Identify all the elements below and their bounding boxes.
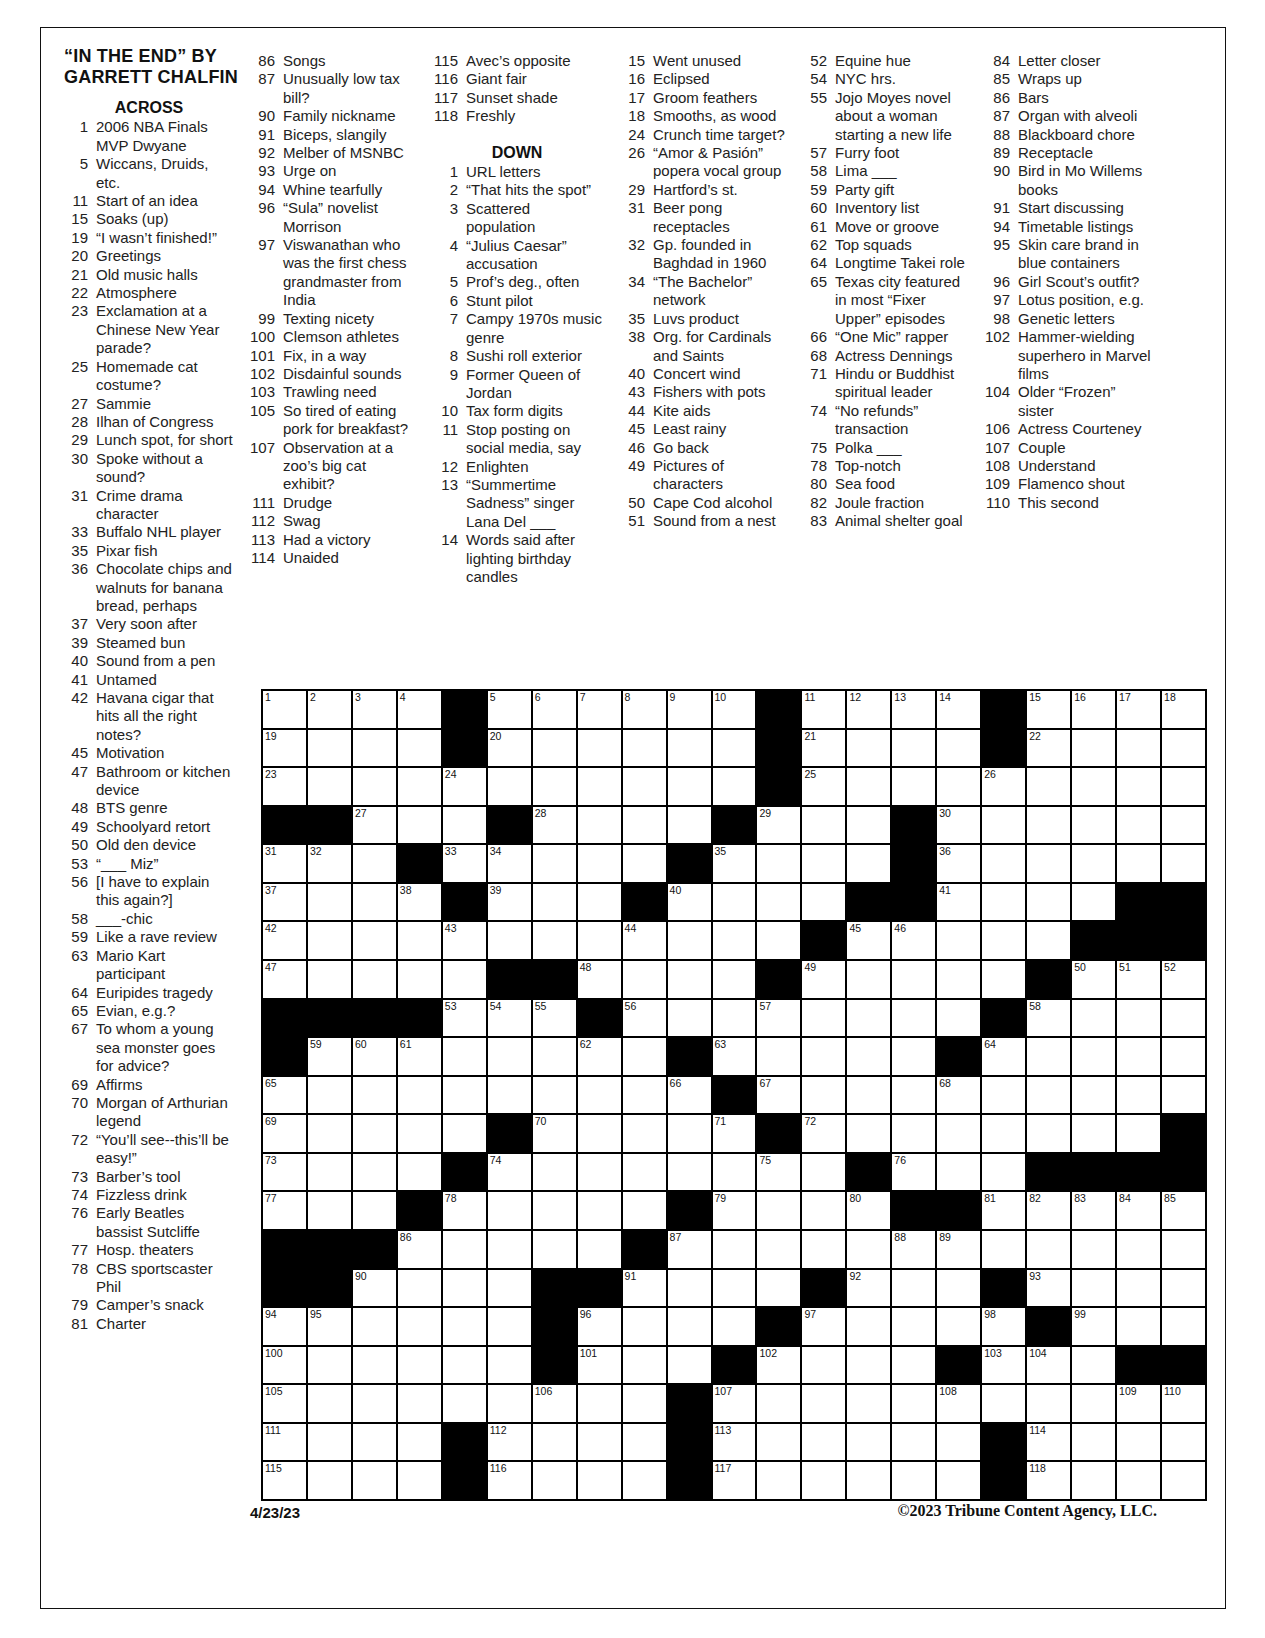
grid-cell[interactable]: 1 [263, 691, 306, 728]
grid-cell[interactable] [937, 961, 980, 998]
grid-cell[interactable] [1117, 1038, 1160, 1075]
grid-cell[interactable] [308, 922, 351, 959]
grid-cell[interactable] [308, 1347, 351, 1384]
grid-cell[interactable]: 98 [982, 1308, 1025, 1345]
grid-cell[interactable]: 100 [263, 1347, 306, 1384]
grid-cell[interactable]: 34 [488, 845, 531, 882]
grid-cell[interactable]: 105 [263, 1385, 306, 1422]
grid-cell[interactable] [847, 1424, 890, 1461]
grid-cell[interactable]: 17 [1117, 691, 1160, 728]
grid-cell[interactable] [623, 807, 666, 844]
grid-cell[interactable] [353, 768, 396, 805]
grid-cell[interactable] [308, 1154, 351, 1191]
grid-cell[interactable] [847, 845, 890, 882]
grid-cell[interactable] [533, 1462, 576, 1499]
grid-cell[interactable] [398, 1270, 441, 1307]
grid-cell[interactable]: 90 [353, 1270, 396, 1307]
grid-cell[interactable]: 116 [488, 1462, 531, 1499]
grid-cell[interactable]: 22 [1027, 730, 1070, 767]
grid-cell[interactable] [982, 1077, 1025, 1114]
grid-cell[interactable] [353, 1308, 396, 1345]
grid-cell[interactable]: 59 [308, 1038, 351, 1075]
grid-cell[interactable] [757, 884, 800, 921]
grid-cell[interactable] [892, 768, 935, 805]
grid-cell[interactable] [443, 1347, 486, 1384]
grid-cell[interactable] [533, 884, 576, 921]
grid-cell[interactable] [533, 768, 576, 805]
grid-cell[interactable] [488, 1192, 531, 1229]
grid-cell[interactable]: 49 [802, 961, 845, 998]
grid-cell[interactable] [1027, 922, 1070, 959]
grid-cell[interactable]: 68 [937, 1077, 980, 1114]
grid-cell[interactable] [623, 1077, 666, 1114]
grid-cell[interactable] [1162, 768, 1205, 805]
grid-cell[interactable]: 24 [443, 768, 486, 805]
grid-cell[interactable] [1117, 1077, 1160, 1114]
grid-cell[interactable]: 53 [443, 1000, 486, 1037]
grid-cell[interactable]: 67 [757, 1077, 800, 1114]
grid-cell[interactable]: 76 [892, 1154, 935, 1191]
grid-cell[interactable] [982, 922, 1025, 959]
grid-cell[interactable] [1072, 1270, 1115, 1307]
grid-cell[interactable]: 99 [1072, 1308, 1115, 1345]
grid-cell[interactable] [578, 922, 621, 959]
grid-cell[interactable]: 109 [1117, 1385, 1160, 1422]
grid-cell[interactable]: 43 [443, 922, 486, 959]
grid-cell[interactable] [847, 1000, 890, 1037]
grid-cell[interactable]: 5 [488, 691, 531, 728]
grid-cell[interactable] [623, 1385, 666, 1422]
grid-cell[interactable]: 102 [757, 1347, 800, 1384]
grid-cell[interactable] [937, 1424, 980, 1461]
grid-cell[interactable] [937, 1308, 980, 1345]
grid-cell[interactable] [488, 1270, 531, 1307]
grid-cell[interactable] [578, 1192, 621, 1229]
grid-cell[interactable] [533, 1077, 576, 1114]
grid-cell[interactable]: 78 [443, 1192, 486, 1229]
grid-cell[interactable] [353, 884, 396, 921]
grid-cell[interactable]: 66 [668, 1077, 711, 1114]
grid-cell[interactable] [623, 1154, 666, 1191]
grid-cell[interactable] [1117, 768, 1160, 805]
grid-cell[interactable]: 29 [757, 807, 800, 844]
grid-cell[interactable] [1117, 1424, 1160, 1461]
grid-cell[interactable] [578, 1231, 621, 1268]
grid-cell[interactable] [1162, 1000, 1205, 1037]
grid-cell[interactable] [1072, 1115, 1115, 1152]
grid-cell[interactable]: 115 [263, 1462, 306, 1499]
grid-cell[interactable] [1072, 884, 1115, 921]
grid-cell[interactable] [668, 961, 711, 998]
grid-cell[interactable] [1162, 1231, 1205, 1268]
grid-cell[interactable] [757, 1231, 800, 1268]
grid-cell[interactable]: 114 [1027, 1424, 1070, 1461]
grid-cell[interactable]: 96 [578, 1308, 621, 1345]
grid-cell[interactable]: 8 [623, 691, 666, 728]
grid-cell[interactable] [757, 1270, 800, 1307]
grid-cell[interactable]: 63 [713, 1038, 756, 1075]
grid-cell[interactable] [578, 1424, 621, 1461]
grid-cell[interactable] [308, 1385, 351, 1422]
grid-cell[interactable] [578, 1385, 621, 1422]
grid-cell[interactable] [1072, 1077, 1115, 1114]
grid-cell[interactable] [398, 768, 441, 805]
grid-cell[interactable]: 97 [802, 1308, 845, 1345]
grid-cell[interactable] [713, 922, 756, 959]
grid-cell[interactable] [443, 1038, 486, 1075]
grid-cell[interactable] [353, 1347, 396, 1384]
grid-cell[interactable] [1027, 1038, 1070, 1075]
grid-cell[interactable] [1072, 730, 1115, 767]
grid-cell[interactable]: 16 [1072, 691, 1115, 728]
grid-cell[interactable] [308, 1115, 351, 1152]
grid-cell[interactable] [1072, 1462, 1115, 1499]
grid-cell[interactable] [982, 845, 1025, 882]
grid-cell[interactable] [578, 1154, 621, 1191]
grid-cell[interactable] [623, 730, 666, 767]
grid-cell[interactable] [443, 1308, 486, 1345]
grid-cell[interactable] [802, 1154, 845, 1191]
grid-cell[interactable] [713, 1000, 756, 1037]
grid-cell[interactable] [623, 768, 666, 805]
grid-cell[interactable]: 58 [1027, 1000, 1070, 1037]
grid-cell[interactable]: 19 [263, 730, 306, 767]
grid-cell[interactable] [353, 1385, 396, 1422]
grid-cell[interactable] [713, 730, 756, 767]
grid-cell[interactable] [623, 1308, 666, 1345]
grid-cell[interactable] [713, 961, 756, 998]
grid-cell[interactable] [892, 1000, 935, 1037]
grid-cell[interactable] [1027, 845, 1070, 882]
grid-cell[interactable] [757, 1424, 800, 1461]
grid-cell[interactable]: 60 [353, 1038, 396, 1075]
grid-cell[interactable] [1027, 807, 1070, 844]
grid-cell[interactable] [398, 922, 441, 959]
grid-cell[interactable] [982, 961, 1025, 998]
grid-cell[interactable]: 25 [802, 768, 845, 805]
grid-cell[interactable] [668, 1115, 711, 1152]
grid-cell[interactable]: 61 [398, 1038, 441, 1075]
grid-cell[interactable] [398, 1077, 441, 1114]
grid-cell[interactable]: 107 [713, 1385, 756, 1422]
grid-cell[interactable]: 65 [263, 1077, 306, 1114]
grid-cell[interactable] [533, 922, 576, 959]
grid-cell[interactable]: 113 [713, 1424, 756, 1461]
grid-cell[interactable] [578, 1462, 621, 1499]
grid-cell[interactable] [488, 1077, 531, 1114]
grid-cell[interactable] [937, 1270, 980, 1307]
grid-cell[interactable] [308, 768, 351, 805]
grid-cell[interactable] [443, 961, 486, 998]
grid-cell[interactable]: 52 [1162, 961, 1205, 998]
grid-cell[interactable] [443, 1077, 486, 1114]
grid-cell[interactable] [937, 768, 980, 805]
grid-cell[interactable]: 108 [937, 1385, 980, 1422]
grid-cell[interactable]: 81 [982, 1192, 1025, 1229]
grid-cell[interactable] [937, 1462, 980, 1499]
grid-cell[interactable]: 6 [533, 691, 576, 728]
grid-cell[interactable] [353, 1424, 396, 1461]
grid-cell[interactable]: 71 [713, 1115, 756, 1152]
grid-cell[interactable] [533, 1424, 576, 1461]
grid-cell[interactable]: 74 [488, 1154, 531, 1191]
grid-cell[interactable]: 93 [1027, 1270, 1070, 1307]
grid-cell[interactable] [1162, 845, 1205, 882]
grid-cell[interactable] [533, 1192, 576, 1229]
grid-cell[interactable] [443, 1385, 486, 1422]
grid-cell[interactable] [533, 1038, 576, 1075]
grid-cell[interactable] [982, 1115, 1025, 1152]
grid-cell[interactable]: 64 [982, 1038, 1025, 1075]
grid-cell[interactable] [982, 1231, 1025, 1268]
grid-cell[interactable]: 33 [443, 845, 486, 882]
grid-cell[interactable]: 20 [488, 730, 531, 767]
grid-cell[interactable]: 95 [308, 1308, 351, 1345]
grid-cell[interactable] [1162, 1077, 1205, 1114]
grid-cell[interactable] [1117, 1270, 1160, 1307]
grid-cell[interactable] [937, 1115, 980, 1152]
grid-cell[interactable] [623, 845, 666, 882]
grid-cell[interactable] [847, 1462, 890, 1499]
grid-cell[interactable] [668, 807, 711, 844]
grid-cell[interactable] [668, 1000, 711, 1037]
grid-cell[interactable] [443, 807, 486, 844]
grid-cell[interactable] [623, 1462, 666, 1499]
grid-cell[interactable]: 14 [937, 691, 980, 728]
grid-cell[interactable] [847, 1115, 890, 1152]
grid-cell[interactable] [533, 1231, 576, 1268]
grid-cell[interactable]: 85 [1162, 1192, 1205, 1229]
grid-cell[interactable] [1117, 1462, 1160, 1499]
grid-cell[interactable] [1027, 1231, 1070, 1268]
grid-cell[interactable] [847, 961, 890, 998]
grid-cell[interactable] [443, 1270, 486, 1307]
grid-cell[interactable] [533, 1154, 576, 1191]
grid-cell[interactable] [757, 1462, 800, 1499]
grid-cell[interactable] [1117, 730, 1160, 767]
grid-cell[interactable] [398, 1115, 441, 1152]
grid-cell[interactable] [668, 768, 711, 805]
grid-cell[interactable] [353, 845, 396, 882]
grid-cell[interactable] [623, 1347, 666, 1384]
grid-cell[interactable] [892, 730, 935, 767]
grid-cell[interactable]: 40 [668, 884, 711, 921]
grid-cell[interactable]: 106 [533, 1385, 576, 1422]
grid-cell[interactable]: 23 [263, 768, 306, 805]
grid-cell[interactable] [713, 1270, 756, 1307]
grid-cell[interactable]: 72 [802, 1115, 845, 1152]
grid-cell[interactable] [1027, 768, 1070, 805]
grid-cell[interactable] [802, 1462, 845, 1499]
grid-cell[interactable] [802, 1347, 845, 1384]
grid-cell[interactable] [1072, 1424, 1115, 1461]
grid-cell[interactable]: 36 [937, 845, 980, 882]
grid-cell[interactable] [308, 730, 351, 767]
grid-cell[interactable]: 62 [578, 1038, 621, 1075]
grid-cell[interactable] [713, 1154, 756, 1191]
grid-cell[interactable] [802, 1424, 845, 1461]
grid-cell[interactable] [1072, 1347, 1115, 1384]
grid-cell[interactable] [488, 922, 531, 959]
grid-cell[interactable] [847, 768, 890, 805]
grid-cell[interactable] [1117, 1115, 1160, 1152]
grid-cell[interactable] [668, 1347, 711, 1384]
grid-cell[interactable] [1072, 1385, 1115, 1422]
grid-cell[interactable]: 82 [1027, 1192, 1070, 1229]
grid-cell[interactable] [1162, 1038, 1205, 1075]
grid-cell[interactable] [847, 807, 890, 844]
grid-cell[interactable] [802, 1192, 845, 1229]
grid-cell[interactable]: 7 [578, 691, 621, 728]
grid-cell[interactable] [713, 768, 756, 805]
grid-cell[interactable]: 84 [1117, 1192, 1160, 1229]
grid-cell[interactable]: 2 [308, 691, 351, 728]
grid-cell[interactable] [578, 884, 621, 921]
grid-cell[interactable] [1072, 1000, 1115, 1037]
grid-cell[interactable] [892, 961, 935, 998]
grid-cell[interactable]: 86 [398, 1231, 441, 1268]
grid-cell[interactable] [308, 1462, 351, 1499]
grid-cell[interactable] [443, 1231, 486, 1268]
grid-cell[interactable] [847, 1347, 890, 1384]
grid-cell[interactable] [668, 1308, 711, 1345]
grid-cell[interactable] [802, 807, 845, 844]
grid-cell[interactable]: 50 [1072, 961, 1115, 998]
grid-cell[interactable] [757, 845, 800, 882]
grid-cell[interactable] [1117, 807, 1160, 844]
grid-cell[interactable] [308, 1424, 351, 1461]
grid-cell[interactable]: 26 [982, 768, 1025, 805]
grid-cell[interactable] [353, 961, 396, 998]
grid-cell[interactable] [353, 1115, 396, 1152]
grid-cell[interactable] [982, 1385, 1025, 1422]
grid-cell[interactable] [353, 922, 396, 959]
grid-cell[interactable] [892, 1385, 935, 1422]
grid-cell[interactable] [488, 768, 531, 805]
grid-cell[interactable]: 91 [623, 1270, 666, 1307]
grid-cell[interactable]: 31 [263, 845, 306, 882]
grid-cell[interactable]: 80 [847, 1192, 890, 1229]
grid-cell[interactable]: 32 [308, 845, 351, 882]
grid-cell[interactable]: 37 [263, 884, 306, 921]
grid-cell[interactable] [1117, 1231, 1160, 1268]
grid-cell[interactable]: 89 [937, 1231, 980, 1268]
grid-cell[interactable] [443, 1115, 486, 1152]
grid-cell[interactable] [308, 884, 351, 921]
grid-cell[interactable]: 11 [802, 691, 845, 728]
grid-cell[interactable] [892, 1115, 935, 1152]
grid-cell[interactable]: 30 [937, 807, 980, 844]
grid-cell[interactable] [308, 961, 351, 998]
grid-cell[interactable] [1072, 1231, 1115, 1268]
grid-cell[interactable] [892, 1308, 935, 1345]
grid-cell[interactable]: 48 [578, 961, 621, 998]
grid-cell[interactable] [847, 1077, 890, 1114]
grid-cell[interactable] [892, 1347, 935, 1384]
grid-cell[interactable] [398, 961, 441, 998]
grid-cell[interactable]: 39 [488, 884, 531, 921]
grid-cell[interactable]: 104 [1027, 1347, 1070, 1384]
grid-cell[interactable] [757, 1038, 800, 1075]
grid-cell[interactable] [398, 1308, 441, 1345]
grid-cell[interactable]: 70 [533, 1115, 576, 1152]
grid-cell[interactable]: 101 [578, 1347, 621, 1384]
grid-cell[interactable]: 51 [1117, 961, 1160, 998]
grid-cell[interactable] [1027, 1115, 1070, 1152]
grid-cell[interactable] [353, 1462, 396, 1499]
grid-cell[interactable] [578, 807, 621, 844]
grid-cell[interactable]: 12 [847, 691, 890, 728]
grid-cell[interactable] [398, 1385, 441, 1422]
grid-cell[interactable] [1072, 1038, 1115, 1075]
grid-cell[interactable] [488, 1308, 531, 1345]
grid-cell[interactable] [533, 845, 576, 882]
grid-cell[interactable]: 83 [1072, 1192, 1115, 1229]
grid-cell[interactable] [1027, 1077, 1070, 1114]
grid-cell[interactable] [982, 884, 1025, 921]
grid-cell[interactable] [713, 1308, 756, 1345]
grid-cell[interactable]: 35 [713, 845, 756, 882]
grid-cell[interactable]: 18 [1162, 691, 1205, 728]
grid-cell[interactable] [488, 1385, 531, 1422]
grid-cell[interactable]: 44 [623, 922, 666, 959]
grid-cell[interactable] [937, 1154, 980, 1191]
grid-cell[interactable]: 54 [488, 1000, 531, 1037]
grid-cell[interactable] [398, 1154, 441, 1191]
grid-cell[interactable]: 41 [937, 884, 980, 921]
grid-cell[interactable] [668, 1270, 711, 1307]
grid-cell[interactable] [578, 1077, 621, 1114]
grid-cell[interactable] [1162, 730, 1205, 767]
grid-cell[interactable] [353, 1077, 396, 1114]
grid-cell[interactable] [578, 1115, 621, 1152]
grid-cell[interactable] [623, 1424, 666, 1461]
grid-cell[interactable] [713, 884, 756, 921]
grid-cell[interactable] [623, 961, 666, 998]
grid-cell[interactable] [802, 1231, 845, 1268]
grid-cell[interactable]: 56 [623, 1000, 666, 1037]
grid-cell[interactable] [308, 1192, 351, 1229]
grid-cell[interactable]: 112 [488, 1424, 531, 1461]
grid-cell[interactable]: 88 [892, 1231, 935, 1268]
grid-cell[interactable] [623, 1038, 666, 1075]
grid-cell[interactable]: 47 [263, 961, 306, 998]
grid-cell[interactable]: 38 [398, 884, 441, 921]
grid-cell[interactable]: 118 [1027, 1462, 1070, 1499]
grid-cell[interactable]: 21 [802, 730, 845, 767]
grid-cell[interactable] [1117, 845, 1160, 882]
grid-cell[interactable] [398, 730, 441, 767]
grid-cell[interactable] [1072, 807, 1115, 844]
grid-cell[interactable]: 110 [1162, 1385, 1205, 1422]
grid-cell[interactable]: 69 [263, 1115, 306, 1152]
grid-cell[interactable] [623, 1115, 666, 1152]
grid-cell[interactable] [578, 730, 621, 767]
grid-cell[interactable]: 9 [668, 691, 711, 728]
grid-cell[interactable] [353, 1192, 396, 1229]
grid-cell[interactable] [533, 730, 576, 767]
grid-cell[interactable] [982, 807, 1025, 844]
grid-cell[interactable] [1162, 1424, 1205, 1461]
grid-cell[interactable] [892, 1462, 935, 1499]
grid-cell[interactable] [1117, 1000, 1160, 1037]
grid-cell[interactable] [892, 1270, 935, 1307]
grid-cell[interactable] [398, 1462, 441, 1499]
grid-cell[interactable]: 3 [353, 691, 396, 728]
grid-cell[interactable]: 77 [263, 1192, 306, 1229]
grid-cell[interactable]: 27 [353, 807, 396, 844]
grid-cell[interactable]: 79 [713, 1192, 756, 1229]
